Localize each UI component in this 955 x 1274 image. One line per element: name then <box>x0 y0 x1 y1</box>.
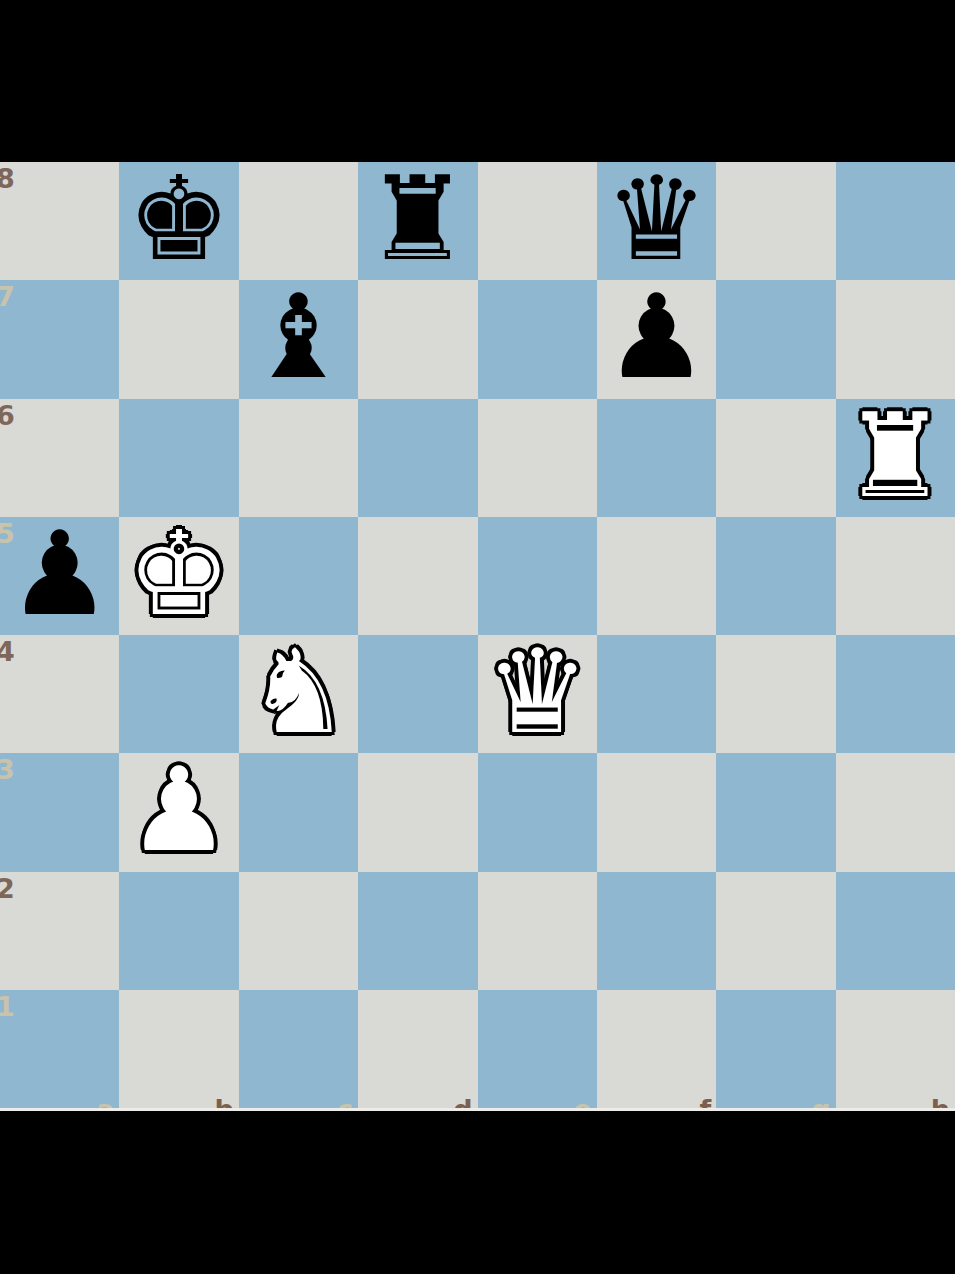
rank-label-3: 3 <box>0 756 15 783</box>
square-f7[interactable]: ♟ <box>597 280 716 398</box>
square-a5[interactable]: 5♟ <box>0 517 119 635</box>
square-d6[interactable] <box>358 399 477 517</box>
black-pawn-a5[interactable]: ♟ <box>8 516 112 632</box>
white-pawn-b3[interactable]: ♟ <box>127 752 231 868</box>
file-label-b: b <box>214 1094 233 1108</box>
file-label-c: c <box>337 1094 353 1108</box>
square-g5[interactable] <box>716 517 835 635</box>
top-letterbox-bar <box>0 0 955 162</box>
square-b7[interactable] <box>119 280 238 398</box>
square-g4[interactable] <box>716 635 835 753</box>
square-c1[interactable]: c <box>239 990 358 1108</box>
square-e8[interactable] <box>478 162 597 280</box>
white-knight-c4[interactable]: ♞ <box>246 634 350 750</box>
square-h8[interactable] <box>836 162 955 280</box>
square-e2[interactable] <box>478 872 597 990</box>
square-f5[interactable] <box>597 517 716 635</box>
black-queen-f8[interactable]: ♛ <box>605 162 709 277</box>
square-a1[interactable]: 1a <box>0 990 119 1108</box>
square-c5[interactable] <box>239 517 358 635</box>
square-b3[interactable]: ♟ <box>119 753 238 871</box>
square-g7[interactable] <box>716 280 835 398</box>
square-g1[interactable]: g <box>716 990 835 1108</box>
black-king-b8[interactable]: ♚ <box>127 162 231 277</box>
bottom-letterbox-bar <box>0 1111 955 1274</box>
white-rook-h6[interactable]: ♜ <box>843 398 947 514</box>
square-h1[interactable]: h <box>836 990 955 1108</box>
square-b4[interactable] <box>119 635 238 753</box>
rank-label-4: 4 <box>0 638 15 665</box>
square-h7[interactable] <box>836 280 955 398</box>
square-f8[interactable]: ♛ <box>597 162 716 280</box>
square-h5[interactable] <box>836 517 955 635</box>
square-g6[interactable] <box>716 399 835 517</box>
square-g2[interactable] <box>716 872 835 990</box>
square-d2[interactable] <box>358 872 477 990</box>
square-d4[interactable] <box>358 635 477 753</box>
square-b5[interactable]: ♚ <box>119 517 238 635</box>
square-c8[interactable] <box>239 162 358 280</box>
square-b1[interactable]: b <box>119 990 238 1108</box>
file-label-e: e <box>574 1094 592 1108</box>
square-g8[interactable] <box>716 162 835 280</box>
square-c7[interactable]: ♝ <box>239 280 358 398</box>
square-d3[interactable] <box>358 753 477 871</box>
rank-label-6: 6 <box>0 402 15 429</box>
chess-board: 8♚♜♛7♝♟6♜5♟♚4♞♛3♟21abcdefgh <box>0 162 955 1108</box>
square-e7[interactable] <box>478 280 597 398</box>
square-h3[interactable] <box>836 753 955 871</box>
square-d7[interactable] <box>358 280 477 398</box>
black-rook-d8[interactable]: ♜ <box>366 162 470 277</box>
square-c2[interactable] <box>239 872 358 990</box>
rank-label-2: 2 <box>0 875 15 902</box>
file-label-h: h <box>931 1094 950 1108</box>
square-c4[interactable]: ♞ <box>239 635 358 753</box>
file-label-f: f <box>700 1094 712 1108</box>
square-a6[interactable]: 6 <box>0 399 119 517</box>
black-pawn-f7[interactable]: ♟ <box>605 279 709 395</box>
square-c6[interactable] <box>239 399 358 517</box>
video-frame: 8♚♜♛7♝♟6♜5♟♚4♞♛3♟21abcdefgh <box>0 0 955 1274</box>
square-a8[interactable]: 8 <box>0 162 119 280</box>
square-d8[interactable]: ♜ <box>358 162 477 280</box>
square-a2[interactable]: 2 <box>0 872 119 990</box>
white-king-b5[interactable]: ♚ <box>127 516 231 632</box>
square-a3[interactable]: 3 <box>0 753 119 871</box>
white-queen-e4[interactable]: ♛ <box>485 634 589 750</box>
file-label-a: a <box>96 1094 114 1108</box>
square-b8[interactable]: ♚ <box>119 162 238 280</box>
file-label-g: g <box>811 1094 830 1108</box>
square-c3[interactable] <box>239 753 358 871</box>
square-e4[interactable]: ♛ <box>478 635 597 753</box>
square-e5[interactable] <box>478 517 597 635</box>
square-e6[interactable] <box>478 399 597 517</box>
square-h2[interactable] <box>836 872 955 990</box>
square-f1[interactable]: f <box>597 990 716 1108</box>
square-h4[interactable] <box>836 635 955 753</box>
square-a4[interactable]: 4 <box>0 635 119 753</box>
rank-label-7: 7 <box>0 283 15 310</box>
rank-label-8: 8 <box>0 165 15 192</box>
square-b6[interactable] <box>119 399 238 517</box>
square-f2[interactable] <box>597 872 716 990</box>
square-b2[interactable] <box>119 872 238 990</box>
square-g3[interactable] <box>716 753 835 871</box>
square-e1[interactable]: e <box>478 990 597 1108</box>
rank-label-1: 1 <box>0 993 15 1020</box>
square-h6[interactable]: ♜ <box>836 399 955 517</box>
square-d5[interactable] <box>358 517 477 635</box>
square-e3[interactable] <box>478 753 597 871</box>
square-d1[interactable]: d <box>358 990 477 1108</box>
square-f6[interactable] <box>597 399 716 517</box>
square-f4[interactable] <box>597 635 716 753</box>
square-a7[interactable]: 7 <box>0 280 119 398</box>
black-bishop-c7[interactable]: ♝ <box>246 279 350 395</box>
file-label-d: d <box>453 1094 472 1108</box>
square-f3[interactable] <box>597 753 716 871</box>
